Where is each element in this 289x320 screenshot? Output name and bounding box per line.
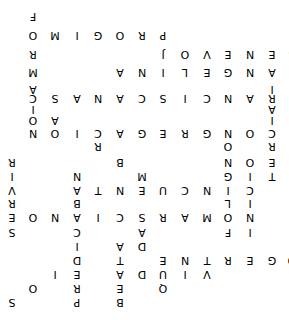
cell-r3c8: O [177, 48, 193, 61]
cell-r3c11: N [242, 48, 258, 61]
cell-r2c6: R [134, 29, 150, 42]
cell-r6c11: A [242, 92, 258, 105]
cell-r4c1: M [25, 66, 41, 79]
cell-r3c7: J [155, 48, 171, 61]
cell-r3c12: E [264, 48, 280, 61]
cell-r11c5: B [112, 156, 128, 169]
cell-r16c11: I [242, 226, 258, 239]
cell-r15c4: I [90, 211, 106, 224]
cell-r12c6: M [134, 170, 150, 183]
cell-r4c6: N [134, 66, 150, 79]
cell-r4c5: A [112, 66, 128, 79]
cell-r18c13: O [284, 254, 289, 267]
cell-r11c0: R [4, 156, 20, 169]
cell-r12c0: I [4, 170, 20, 183]
cell-r12c3: N [69, 170, 85, 183]
cell-r9c8: R [177, 127, 193, 140]
cell-r16c0: S [4, 226, 20, 239]
cell-r21c3: P [69, 296, 85, 309]
cell-r4c12: A [264, 66, 280, 79]
cell-r11c10: N [220, 156, 236, 169]
cell-r6c5: A [112, 92, 128, 105]
cell-r13c11: C [242, 184, 258, 197]
cell-r19c9: V [199, 268, 215, 281]
cell-r21c5: B [112, 296, 128, 309]
cell-r10c10: O [220, 140, 236, 153]
cell-r9c11: O [242, 127, 258, 140]
cell-r2c4: G [90, 29, 106, 42]
cell-r16c10: F [220, 226, 236, 239]
cell-r6c10: N [220, 92, 236, 105]
cell-r19c7: U [155, 268, 171, 281]
cell-r19c8: I [177, 268, 193, 281]
cell-r13c9: N [199, 184, 215, 197]
cell-r15c9: M [199, 211, 215, 224]
cell-r4c9: E [199, 66, 215, 79]
cell-r13c5: N [112, 184, 128, 197]
cell-r2c1: O [25, 29, 41, 42]
cell-r4c10: G [220, 66, 236, 79]
cell-r9c10: N [220, 127, 236, 140]
cell-r18c12: G [264, 254, 280, 267]
cell-r20c5: E [112, 282, 128, 295]
word-search-puzzle: FOMIGORPRJOVENESMANILEGNAAICSANACSICNARF… [0, 0, 289, 320]
cell-r15c2: N [47, 211, 63, 224]
cell-r15c7: R [155, 211, 171, 224]
cell-r11c12: E [264, 156, 280, 169]
cell-r3c9: V [199, 48, 215, 61]
cell-r4c8: L [177, 66, 193, 79]
cell-r6c3: A [69, 92, 85, 105]
cell-r21c0: S [4, 296, 20, 309]
cell-r9c3: I [69, 127, 85, 140]
cell-r10c4: R [90, 140, 106, 153]
cell-r13c8: C [177, 184, 193, 197]
cell-r8c2: A [47, 114, 63, 127]
cell-r9c1: N [25, 127, 41, 140]
cell-r1c1: F [25, 10, 41, 23]
cell-r14c0: R [4, 197, 20, 210]
cell-r3c1: R [25, 48, 41, 61]
cell-r2c7: P [155, 29, 171, 42]
cell-r9c5: A [112, 127, 128, 140]
cell-r2c2: M [47, 29, 63, 42]
cell-r6c8: I [177, 92, 193, 105]
cell-r19c5: A [112, 268, 128, 281]
cell-r18c10: R [220, 254, 236, 267]
cell-r6c9: C [199, 92, 215, 105]
cell-r15c5: C [112, 211, 128, 224]
cell-r11c11: O [242, 156, 258, 169]
cell-r20c7: Q [155, 282, 171, 295]
cell-r9c6: G [134, 127, 150, 140]
cell-r14c10: L [220, 197, 236, 210]
cell-r15c1: O [25, 211, 41, 224]
cell-r18c9: T [199, 254, 215, 267]
cell-r15c10: O [220, 211, 236, 224]
cell-r10c12: R [264, 140, 280, 153]
cell-r19c3: E [69, 268, 85, 281]
cell-r6c6: C [134, 92, 150, 105]
cell-r17c5: A [112, 240, 128, 253]
word-search-board: FOMIGORPRJOVENESMANILEGNAAICSANACSICNARF… [0, 0, 289, 320]
cell-r2c3: I [69, 29, 85, 42]
cell-r9c12: C [264, 127, 280, 140]
cell-r17c6: D [134, 240, 150, 253]
cell-r9c4: C [90, 127, 106, 140]
cell-r15c6: S [134, 211, 150, 224]
cell-r3c13: S [284, 48, 289, 61]
cell-r13c3: A [69, 184, 85, 197]
cell-r6c7: S [155, 92, 171, 105]
cell-r8c12: I [264, 114, 280, 127]
cell-r9c2: O [47, 127, 63, 140]
cell-r16c3: C [69, 226, 85, 239]
cell-r18c5: T [112, 254, 128, 267]
cell-r18c3: D [69, 254, 85, 267]
cell-r6c13: F [284, 92, 289, 105]
cell-r19c2: I [47, 268, 63, 281]
cell-r20c3: R [69, 282, 85, 295]
cell-r15c0: E [4, 211, 20, 224]
cell-r14c11: I [242, 197, 258, 210]
cell-r17c3: I [69, 240, 85, 253]
cell-r15c11: N [242, 211, 258, 224]
cell-r16c6: A [134, 226, 150, 239]
cell-r4c7: I [155, 66, 171, 79]
cell-r12c11: I [242, 170, 258, 183]
cell-r12c12: T [264, 170, 280, 183]
cell-r15c8: A [177, 211, 193, 224]
cell-r13c0: V [4, 184, 20, 197]
cell-r20c1: O [25, 282, 41, 295]
cell-r15c3: A [69, 211, 85, 224]
cell-r14c3: B [69, 197, 85, 210]
cell-r12c10: G [220, 170, 236, 183]
cell-r18c11: E [242, 254, 258, 267]
cell-r6c4: N [90, 92, 106, 105]
cell-r9c9: G [199, 127, 215, 140]
cell-r6c2: S [47, 92, 63, 105]
cell-r13c10: I [220, 184, 236, 197]
cell-r19c6: D [134, 268, 150, 281]
cell-r3c10: E [220, 48, 236, 61]
cell-r8c1: O [25, 114, 41, 127]
cell-r13c4: T [90, 184, 106, 197]
cell-r4c11: N [242, 66, 258, 79]
cell-r18c7: E [155, 254, 171, 267]
cell-r13c6: E [134, 184, 150, 197]
cell-r18c8: N [177, 254, 193, 267]
cell-r9c7: E [155, 127, 171, 140]
cell-r13c7: U [155, 184, 171, 197]
cell-r2c5: O [112, 29, 128, 42]
